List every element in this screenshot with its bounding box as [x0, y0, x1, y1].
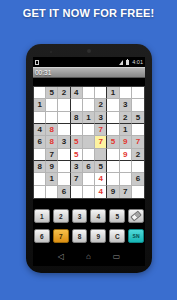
cell-r4c5[interactable]: [83, 124, 95, 136]
key-2[interactable]: 2: [53, 209, 69, 223]
eraser-icon: [130, 210, 142, 221]
cell-r3c1[interactable]: [34, 112, 46, 124]
key-1[interactable]: 1: [34, 209, 50, 223]
camera-icon: [87, 49, 91, 53]
cell-r4c8[interactable]: 1: [120, 124, 132, 136]
cell-r7c2[interactable]: 9: [46, 161, 58, 173]
cell-r3c8[interactable]: 2: [120, 112, 132, 124]
cell-r7c6[interactable]: 5: [95, 161, 107, 173]
cell-r6c5[interactable]: [83, 149, 95, 161]
cell-r8c9[interactable]: 6: [132, 173, 144, 185]
cell-r6c1[interactable]: [34, 149, 46, 161]
cell-r3c5[interactable]: 1: [83, 112, 95, 124]
cell-r2c6[interactable]: 2: [95, 99, 107, 111]
cell-r8c7[interactable]: [107, 173, 119, 185]
cell-r2c7[interactable]: [107, 99, 119, 111]
cell-r1c9[interactable]: [132, 87, 144, 99]
cell-r4c3[interactable]: [58, 124, 70, 136]
key-6[interactable]: 6: [34, 229, 50, 243]
cell-r4c9[interactable]: [132, 124, 144, 136]
cell-r2c3[interactable]: [58, 99, 70, 111]
cell-r9c1[interactable]: [34, 186, 46, 198]
cell-r5c5[interactable]: [83, 136, 95, 148]
cell-r7c3[interactable]: [58, 161, 70, 173]
key-3[interactable]: 3: [72, 209, 88, 223]
cell-r2c4[interactable]: [71, 99, 83, 111]
cell-r4c2[interactable]: 8: [46, 124, 58, 136]
cell-r7c9[interactable]: [132, 161, 144, 173]
cell-r9c8[interactable]: 7: [120, 186, 132, 198]
key-5[interactable]: 5: [109, 209, 125, 223]
cell-r1c2[interactable]: 5: [46, 87, 58, 99]
cell-r1c3[interactable]: 2: [58, 87, 70, 99]
phone-frame: 4:01 00:31 52411238132548716835759775928…: [26, 44, 152, 273]
cell-r6c7[interactable]: [107, 149, 119, 161]
cell-r8c1[interactable]: [34, 173, 46, 185]
signal-icon: [119, 60, 123, 65]
cell-r8c5[interactable]: [83, 173, 95, 185]
cell-r5c3[interactable]: 3: [58, 136, 70, 148]
battery-icon: [126, 60, 129, 65]
timer-value: 00:31: [35, 69, 51, 76]
cell-r6c8[interactable]: 9: [120, 149, 132, 161]
cell-r1c5[interactable]: [83, 87, 95, 99]
cell-r9c3[interactable]: 6: [58, 186, 70, 198]
cell-r3c4[interactable]: 8: [71, 112, 83, 124]
status-time: 4:01: [132, 59, 143, 65]
cell-r6c4[interactable]: 5: [71, 149, 83, 161]
cell-r3c7[interactable]: [107, 112, 119, 124]
cell-r3c9[interactable]: 5: [132, 112, 144, 124]
cell-r5c9[interactable]: 7: [132, 136, 144, 148]
key-4[interactable]: 4: [90, 209, 106, 223]
cell-r4c6[interactable]: 7: [95, 124, 107, 136]
status-bar: 4:01: [33, 57, 145, 67]
sensor-dot-icon: [50, 51, 52, 53]
cell-r6c2[interactable]: 7: [46, 149, 58, 161]
cell-r1c6[interactable]: [95, 87, 107, 99]
cell-r6c9[interactable]: 2: [132, 149, 144, 161]
timer-bar: 00:31: [33, 67, 145, 78]
cell-r1c8[interactable]: [120, 87, 132, 99]
cell-r5c6[interactable]: 7: [95, 136, 107, 148]
cell-r8c8[interactable]: [120, 173, 132, 185]
cell-r8c2[interactable]: 1: [46, 173, 58, 185]
cell-r5c2[interactable]: 8: [46, 136, 58, 148]
notification-icon: [35, 60, 39, 65]
sudoku-board: 5241123813254871683575977592893651746649…: [33, 86, 145, 199]
cell-r6c3[interactable]: [58, 149, 70, 161]
cell-r4c1[interactable]: 4: [34, 124, 46, 136]
cell-r5c1[interactable]: 6: [34, 136, 46, 148]
cell-r2c1[interactable]: 1: [34, 99, 46, 111]
phone-screen: 4:01 00:31 52411238132548716835759775928…: [33, 57, 145, 266]
keypad: 123456789CSN: [34, 209, 144, 243]
cell-r2c8[interactable]: 3: [120, 99, 132, 111]
cell-r2c5[interactable]: [83, 99, 95, 111]
cell-r3c3[interactable]: [58, 112, 70, 124]
key-9[interactable]: 9: [90, 229, 106, 243]
cell-r7c8[interactable]: [120, 161, 132, 173]
back-button[interactable]: ◁: [58, 253, 64, 261]
cell-r9c5[interactable]: [83, 186, 95, 198]
cell-r3c2[interactable]: [46, 112, 58, 124]
cell-r1c4[interactable]: 4: [71, 87, 83, 99]
cell-r2c2[interactable]: [46, 99, 58, 111]
cell-r1c1[interactable]: [34, 87, 46, 99]
cell-r5c7[interactable]: 5: [107, 136, 119, 148]
status-bar-right: 4:01: [119, 59, 143, 65]
cell-r5c8[interactable]: 9: [120, 136, 132, 148]
key-SN[interactable]: SN: [128, 229, 144, 243]
cell-r9c2[interactable]: [46, 186, 58, 198]
cell-r4c7[interactable]: [107, 124, 119, 136]
cell-r1c7[interactable]: 1: [107, 87, 119, 99]
cell-r2c9[interactable]: [132, 99, 144, 111]
cell-r9c9[interactable]: [132, 186, 144, 198]
recents-button[interactable]: ▭: [113, 253, 121, 261]
key-7[interactable]: 7: [53, 229, 69, 243]
cell-r6c6[interactable]: [95, 149, 107, 161]
cell-r7c7[interactable]: [107, 161, 119, 173]
cell-r9c4[interactable]: [71, 186, 83, 198]
cell-r8c3[interactable]: [58, 173, 70, 185]
banner-text: GET IT NOW FOR FREE!: [0, 7, 177, 19]
cell-r3c6[interactable]: 3: [95, 112, 107, 124]
cell-r7c5[interactable]: 6: [83, 161, 95, 173]
cell-r8c4[interactable]: 7: [71, 173, 83, 185]
cell-r9c6[interactable]: 4: [95, 186, 107, 198]
cell-r9c7[interactable]: 9: [107, 186, 119, 198]
home-button[interactable]: ⌂: [86, 253, 91, 261]
android-navbar: ◁ ⌂ ▭: [33, 248, 145, 266]
eraser-button[interactable]: [128, 209, 144, 223]
cell-r5c4[interactable]: 5: [71, 136, 83, 148]
key-8[interactable]: 8: [72, 229, 88, 243]
cell-r4c4[interactable]: [71, 124, 83, 136]
cell-r8c6[interactable]: 4: [95, 173, 107, 185]
cell-r7c4[interactable]: 3: [71, 161, 83, 173]
key-C[interactable]: C: [109, 229, 125, 243]
cell-r7c1[interactable]: 8: [34, 161, 46, 173]
